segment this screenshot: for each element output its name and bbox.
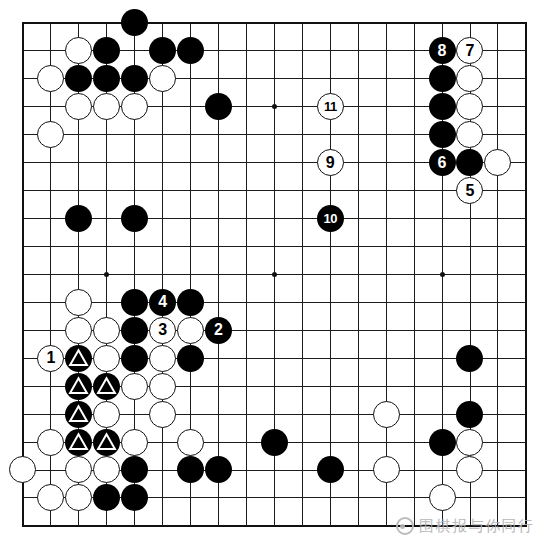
move-number-label: 5 — [466, 183, 475, 199]
stone-white: 5 — [456, 177, 483, 204]
stone-white — [456, 429, 483, 456]
stone-white — [177, 317, 204, 344]
stone-black — [149, 37, 176, 64]
stone-black — [121, 317, 148, 344]
stone-black: 4 — [149, 289, 176, 316]
stone-black — [121, 9, 148, 36]
stone-black — [429, 121, 456, 148]
stone-black — [177, 289, 204, 316]
stone-black — [456, 149, 483, 176]
stone-black — [65, 65, 92, 92]
watermark-logo-icon — [396, 517, 414, 535]
stone-white — [456, 456, 483, 483]
stone-black-triangled — [93, 373, 120, 400]
stone-black — [93, 484, 120, 511]
stone-black — [177, 37, 204, 64]
watermark: 围棋报与你同行 — [396, 514, 535, 538]
move-number-label: 9 — [326, 155, 335, 171]
triangle-mark-icon — [65, 373, 92, 400]
stone-white — [149, 65, 176, 92]
stone-black: 6 — [429, 149, 456, 176]
stone-black — [93, 65, 120, 92]
stone-black — [177, 456, 204, 483]
stone-black — [93, 37, 120, 64]
stone-black — [429, 429, 456, 456]
stone-white — [149, 373, 176, 400]
stone-black — [121, 484, 148, 511]
stone-white — [65, 93, 92, 120]
watermark-text: 围棋报与你同行 — [419, 517, 535, 536]
triangle-mark-icon — [93, 429, 120, 456]
stone-black-triangled — [65, 429, 92, 456]
triangle-mark-icon — [65, 401, 92, 428]
stone-black — [65, 205, 92, 232]
move-number-label: 8 — [438, 43, 447, 59]
stone-black — [456, 345, 483, 372]
stone-white — [93, 456, 120, 483]
stone-black-triangled — [65, 345, 92, 372]
move-number-label: 6 — [438, 155, 447, 171]
move-number-label: 7 — [466, 43, 475, 59]
stone-white: 3 — [149, 317, 176, 344]
stone-black — [205, 456, 232, 483]
stone-white — [456, 121, 483, 148]
move-number-label: 2 — [214, 322, 223, 338]
stone-white — [37, 65, 64, 92]
stone-white — [177, 429, 204, 456]
stone-black-triangled — [93, 429, 120, 456]
stone-black: 8 — [429, 37, 456, 64]
stone-white — [121, 429, 148, 456]
stone-black — [429, 65, 456, 92]
stone-white — [456, 93, 483, 120]
stone-white — [65, 317, 92, 344]
stone-white: 11 — [317, 93, 344, 120]
stone-white — [373, 456, 400, 483]
stone-white: 9 — [317, 149, 344, 176]
stone-black — [121, 65, 148, 92]
triangle-mark-icon — [65, 345, 92, 372]
stone-black: 10 — [317, 205, 344, 232]
triangle-mark-icon — [93, 373, 120, 400]
stone-white — [149, 345, 176, 372]
stone-black — [456, 401, 483, 428]
stone-black — [121, 345, 148, 372]
stone-white — [93, 317, 120, 344]
stone-white: 7 — [456, 37, 483, 64]
stone-white — [37, 484, 64, 511]
stone-white — [9, 456, 36, 483]
stone-white — [65, 456, 92, 483]
stone-black — [177, 345, 204, 372]
stone-black-triangled — [65, 401, 92, 428]
move-number-label: 10 — [324, 212, 337, 225]
stone-white — [93, 345, 120, 372]
stone-white — [93, 93, 120, 120]
stone-white — [65, 484, 92, 511]
stone-white — [37, 429, 64, 456]
stone-white — [121, 373, 148, 400]
stone-white: 1 — [37, 345, 64, 372]
stone-white — [37, 121, 64, 148]
stone-black — [121, 289, 148, 316]
go-board: 8711965104321 — [9, 9, 540, 540]
stone-white — [429, 484, 456, 511]
stone-black — [429, 93, 456, 120]
stone-white — [149, 401, 176, 428]
stone-black — [205, 93, 232, 120]
stone-black-triangled — [65, 373, 92, 400]
stone-white — [484, 149, 511, 176]
stone-black — [121, 205, 148, 232]
move-number-label: 3 — [158, 322, 167, 338]
move-number-label: 1 — [46, 350, 55, 366]
move-number-label: 4 — [158, 294, 167, 310]
stone-white — [93, 401, 120, 428]
stone-white — [373, 401, 400, 428]
stone-white — [121, 93, 148, 120]
stone-white — [65, 37, 92, 64]
go-diagram-page: 8711965104321 围棋报与你同行 — [0, 0, 550, 550]
stone-black — [261, 429, 288, 456]
stone-white — [456, 65, 483, 92]
stone-black — [317, 456, 344, 483]
stone-black — [121, 456, 148, 483]
triangle-mark-icon — [65, 429, 92, 456]
move-number-label: 11 — [324, 100, 337, 113]
stone-black: 2 — [205, 317, 232, 344]
stone-white — [65, 289, 92, 316]
